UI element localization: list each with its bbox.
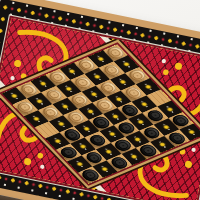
photo-background — [0, 0, 200, 200]
backgammon-box-lid — [0, 0, 200, 200]
lid-inner-panel — [0, 15, 200, 200]
